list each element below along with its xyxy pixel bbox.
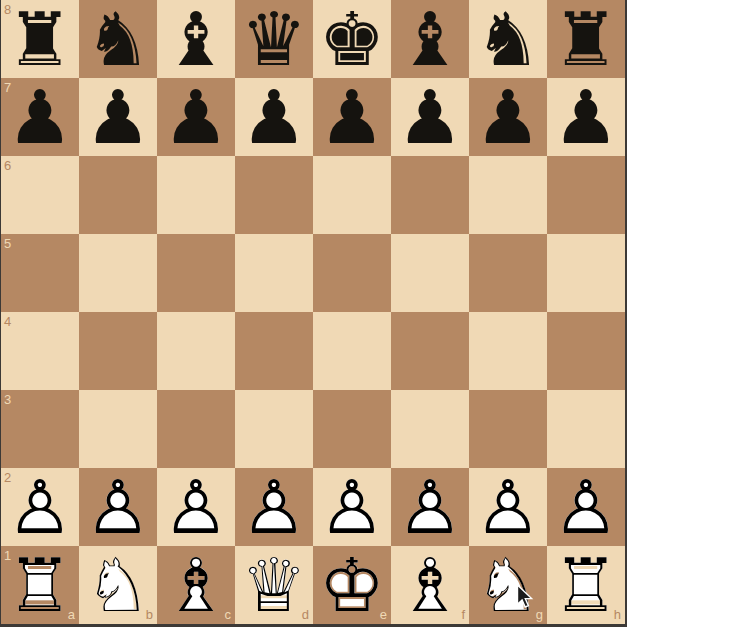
black-bishop-glyph: ♝ xyxy=(157,0,235,78)
piece-white-knight[interactable]: ♞♘ xyxy=(469,546,547,624)
piece-black-knight[interactable]: ♞ xyxy=(79,0,157,78)
white-pawn-outline-glyph: ♙ xyxy=(547,468,625,546)
square-c2[interactable]: ♟♙ xyxy=(157,468,235,546)
square-d4[interactable] xyxy=(235,312,313,390)
square-h4[interactable] xyxy=(547,312,625,390)
square-f8[interactable]: ♝ xyxy=(391,0,469,78)
black-queen-glyph: ♛ xyxy=(235,0,313,78)
square-c5[interactable] xyxy=(157,234,235,312)
square-c7[interactable]: ♟ xyxy=(157,78,235,156)
white-king-outline-glyph: ♔ xyxy=(313,546,391,624)
white-pawn-outline-glyph: ♙ xyxy=(1,468,79,546)
white-pawn-outline-glyph: ♙ xyxy=(391,468,469,546)
square-b3[interactable] xyxy=(79,390,157,468)
square-b4[interactable] xyxy=(79,312,157,390)
black-pawn-glyph: ♟ xyxy=(235,78,313,156)
piece-black-queen[interactable]: ♛ xyxy=(235,0,313,78)
piece-black-pawn[interactable]: ♟ xyxy=(1,78,79,156)
white-bishop-outline-glyph: ♗ xyxy=(157,546,235,624)
square-e3[interactable] xyxy=(313,390,391,468)
square-d2[interactable]: ♟♙ xyxy=(235,468,313,546)
piece-white-pawn[interactable]: ♟♙ xyxy=(79,468,157,546)
square-b8[interactable]: ♞ xyxy=(79,0,157,78)
square-d8[interactable]: ♛ xyxy=(235,0,313,78)
square-c3[interactable] xyxy=(157,390,235,468)
square-a8[interactable]: ♜8 xyxy=(1,0,79,78)
piece-white-knight[interactable]: ♞♘ xyxy=(79,546,157,624)
piece-white-pawn[interactable]: ♟♙ xyxy=(391,468,469,546)
black-knight-glyph: ♞ xyxy=(469,0,547,78)
square-d1[interactable]: ♛♕d xyxy=(235,546,313,624)
square-e4[interactable] xyxy=(313,312,391,390)
square-h5[interactable] xyxy=(547,234,625,312)
square-g8[interactable]: ♞ xyxy=(469,0,547,78)
piece-white-pawn[interactable]: ♟♙ xyxy=(469,468,547,546)
piece-black-pawn[interactable]: ♟ xyxy=(235,78,313,156)
square-h3[interactable] xyxy=(547,390,625,468)
square-d3[interactable] xyxy=(235,390,313,468)
piece-white-queen[interactable]: ♛♕ xyxy=(235,546,313,624)
square-d7[interactable]: ♟ xyxy=(235,78,313,156)
square-e1[interactable]: ♚♔e xyxy=(313,546,391,624)
white-knight-outline-glyph: ♘ xyxy=(79,546,157,624)
square-a7[interactable]: ♟7 xyxy=(1,78,79,156)
black-pawn-glyph: ♟ xyxy=(313,78,391,156)
square-g7[interactable]: ♟ xyxy=(469,78,547,156)
square-e6[interactable] xyxy=(313,156,391,234)
rank-label-5: 5 xyxy=(4,237,11,250)
square-h7[interactable]: ♟ xyxy=(547,78,625,156)
white-pawn-outline-glyph: ♙ xyxy=(469,468,547,546)
square-a5[interactable]: 5 xyxy=(1,234,79,312)
piece-white-pawn[interactable]: ♟♙ xyxy=(547,468,625,546)
square-e7[interactable]: ♟ xyxy=(313,78,391,156)
square-g6[interactable] xyxy=(469,156,547,234)
square-a1[interactable]: ♜♖1a xyxy=(1,546,79,624)
piece-black-pawn[interactable]: ♟ xyxy=(79,78,157,156)
black-pawn-glyph: ♟ xyxy=(547,78,625,156)
chess-board: ♜8♞♝♛♚♝♞♜♟7♟♟♟♟♟♟♟6543♟♙2♟♙♟♙♟♙♟♙♟♙♟♙♟♙♜… xyxy=(1,0,625,624)
square-g4[interactable] xyxy=(469,312,547,390)
white-bishop-outline-glyph: ♗ xyxy=(391,546,469,624)
white-rook-outline-glyph: ♖ xyxy=(547,546,625,624)
square-b7[interactable]: ♟ xyxy=(79,78,157,156)
square-h8[interactable]: ♜ xyxy=(547,0,625,78)
rank-label-3: 3 xyxy=(4,393,11,406)
square-c8[interactable]: ♝ xyxy=(157,0,235,78)
square-f4[interactable] xyxy=(391,312,469,390)
piece-white-pawn[interactable]: ♟♙ xyxy=(235,468,313,546)
square-b6[interactable] xyxy=(79,156,157,234)
square-d5[interactable] xyxy=(235,234,313,312)
piece-white-bishop[interactable]: ♝♗ xyxy=(157,546,235,624)
square-h2[interactable]: ♟♙ xyxy=(547,468,625,546)
black-king-glyph: ♚ xyxy=(313,0,391,78)
square-g3[interactable] xyxy=(469,390,547,468)
piece-white-pawn[interactable]: ♟♙ xyxy=(157,468,235,546)
piece-black-bishop[interactable]: ♝ xyxy=(391,0,469,78)
piece-white-pawn[interactable]: ♟♙ xyxy=(313,468,391,546)
square-b5[interactable] xyxy=(79,234,157,312)
piece-black-pawn[interactable]: ♟ xyxy=(313,78,391,156)
black-knight-glyph: ♞ xyxy=(79,0,157,78)
white-rook-outline-glyph: ♖ xyxy=(1,546,79,624)
white-pawn-outline-glyph: ♙ xyxy=(79,468,157,546)
piece-black-knight[interactable]: ♞ xyxy=(469,0,547,78)
white-pawn-outline-glyph: ♙ xyxy=(313,468,391,546)
black-rook-glyph: ♜ xyxy=(547,0,625,78)
square-e5[interactable] xyxy=(313,234,391,312)
piece-black-pawn[interactable]: ♟ xyxy=(157,78,235,156)
square-b2[interactable]: ♟♙ xyxy=(79,468,157,546)
piece-white-bishop[interactable]: ♝♗ xyxy=(391,546,469,624)
piece-white-pawn[interactable]: ♟♙ xyxy=(1,468,79,546)
piece-white-king[interactable]: ♚♔ xyxy=(313,546,391,624)
white-pawn-outline-glyph: ♙ xyxy=(157,468,235,546)
chess-board-frame: ♜8♞♝♛♚♝♞♜♟7♟♟♟♟♟♟♟6543♟♙2♟♙♟♙♟♙♟♙♟♙♟♙♟♙♜… xyxy=(0,0,627,627)
square-a2[interactable]: ♟♙2 xyxy=(1,468,79,546)
black-bishop-glyph: ♝ xyxy=(391,0,469,78)
white-knight-outline-glyph: ♘ xyxy=(469,546,547,624)
black-rook-glyph: ♜ xyxy=(1,0,79,78)
square-g5[interactable] xyxy=(469,234,547,312)
square-a4[interactable]: 4 xyxy=(1,312,79,390)
square-h1[interactable]: ♜♖h xyxy=(547,546,625,624)
square-h6[interactable] xyxy=(547,156,625,234)
piece-black-rook[interactable]: ♜ xyxy=(1,0,79,78)
black-pawn-glyph: ♟ xyxy=(79,78,157,156)
square-f6[interactable] xyxy=(391,156,469,234)
piece-white-rook[interactable]: ♜♖ xyxy=(1,546,79,624)
square-g2[interactable]: ♟♙ xyxy=(469,468,547,546)
piece-black-king[interactable]: ♚ xyxy=(313,0,391,78)
square-a3[interactable]: 3 xyxy=(1,390,79,468)
black-pawn-glyph: ♟ xyxy=(157,78,235,156)
piece-black-rook[interactable]: ♜ xyxy=(547,0,625,78)
square-c4[interactable] xyxy=(157,312,235,390)
square-f3[interactable] xyxy=(391,390,469,468)
square-e8[interactable]: ♚ xyxy=(313,0,391,78)
rank-label-4: 4 xyxy=(4,315,11,328)
piece-black-pawn[interactable]: ♟ xyxy=(391,78,469,156)
square-f1[interactable]: ♝♗f xyxy=(391,546,469,624)
piece-black-bishop[interactable]: ♝ xyxy=(157,0,235,78)
square-f2[interactable]: ♟♙ xyxy=(391,468,469,546)
black-pawn-glyph: ♟ xyxy=(391,78,469,156)
piece-black-pawn[interactable]: ♟ xyxy=(469,78,547,156)
square-c6[interactable] xyxy=(157,156,235,234)
square-f5[interactable] xyxy=(391,234,469,312)
black-pawn-glyph: ♟ xyxy=(1,78,79,156)
black-pawn-glyph: ♟ xyxy=(469,78,547,156)
square-d6[interactable] xyxy=(235,156,313,234)
rank-label-6: 6 xyxy=(4,159,11,172)
square-b1[interactable]: ♞♘b xyxy=(79,546,157,624)
square-c1[interactable]: ♝♗c xyxy=(157,546,235,624)
square-a6[interactable]: 6 xyxy=(1,156,79,234)
white-queen-outline-glyph: ♕ xyxy=(235,546,313,624)
piece-black-pawn[interactable]: ♟ xyxy=(547,78,625,156)
white-pawn-outline-glyph: ♙ xyxy=(235,468,313,546)
square-f7[interactable]: ♟ xyxy=(391,78,469,156)
piece-white-rook[interactable]: ♜♖ xyxy=(547,546,625,624)
square-e2[interactable]: ♟♙ xyxy=(313,468,391,546)
square-g1[interactable]: ♞♘g xyxy=(469,546,547,624)
